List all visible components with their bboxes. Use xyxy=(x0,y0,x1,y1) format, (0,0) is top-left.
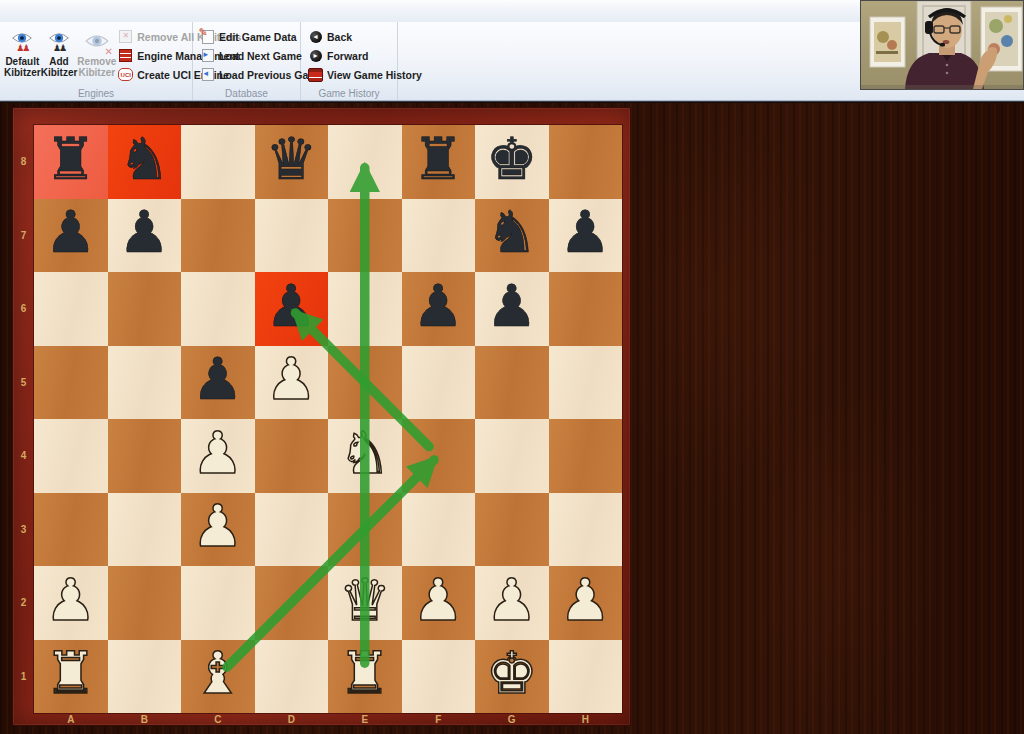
square-d5[interactable]: ♟ xyxy=(255,346,329,420)
square-d8[interactable]: ♛ xyxy=(255,125,329,199)
square-e3[interactable] xyxy=(328,493,402,567)
piece-white-rook[interactable]: ♜ xyxy=(45,644,97,702)
kibitzer-eye-add-icon: ♟♟ xyxy=(47,27,71,55)
rank-label-6: 6 xyxy=(13,272,34,346)
piece-black-pawn[interactable]: ♟ xyxy=(486,277,538,335)
square-e4[interactable]: ♞ xyxy=(328,419,402,493)
edit-pencil-icon: ✎ xyxy=(200,30,215,44)
piece-white-queen[interactable]: ♛ xyxy=(339,571,391,629)
square-a1[interactable]: ♜ xyxy=(34,640,108,714)
square-h2[interactable]: ♟ xyxy=(549,566,623,640)
engines-group-label: Engines xyxy=(0,88,192,99)
engine-icon xyxy=(118,49,133,63)
piece-black-knight[interactable]: ♞ xyxy=(118,130,170,188)
square-h1[interactable] xyxy=(549,640,623,714)
rank-labels: 87654321 xyxy=(13,125,34,713)
square-g3[interactable] xyxy=(475,493,549,567)
ribbon-bottom-edge xyxy=(0,100,1024,103)
piece-white-pawn[interactable]: ♟ xyxy=(45,571,97,629)
rank-label-2: 2 xyxy=(13,566,34,640)
ribbon-group-game-history: ◂ Back ▸ Forward View Game History Game … xyxy=(301,22,398,100)
wall-picture-left xyxy=(870,17,905,67)
piece-white-pawn[interactable]: ♟ xyxy=(559,571,611,629)
database-group-label: Database xyxy=(193,88,300,99)
square-b8[interactable]: ♞ xyxy=(108,125,182,199)
piece-white-rook[interactable]: ♜ xyxy=(339,644,391,702)
piece-white-pawn[interactable]: ♟ xyxy=(192,424,244,482)
square-c4[interactable]: ♟ xyxy=(181,419,255,493)
square-e8[interactable] xyxy=(328,125,402,199)
back-button[interactable]: ◂ Back xyxy=(308,29,422,44)
square-f8[interactable]: ♜ xyxy=(402,125,476,199)
square-e2[interactable]: ♛ xyxy=(328,566,402,640)
square-f5[interactable] xyxy=(402,346,476,420)
square-g1[interactable]: ♚ xyxy=(475,640,549,714)
piece-black-pawn[interactable]: ♟ xyxy=(192,350,244,408)
square-b6[interactable] xyxy=(108,272,182,346)
square-e7[interactable] xyxy=(328,199,402,273)
square-c1[interactable]: ♝ xyxy=(181,640,255,714)
piece-white-pawn[interactable]: ♟ xyxy=(265,350,317,408)
square-e1[interactable]: ♜ xyxy=(328,640,402,714)
remove-all-kibitzers-icon: ✕ xyxy=(118,30,133,44)
piece-black-pawn[interactable]: ♟ xyxy=(265,277,317,335)
piece-white-pawn[interactable]: ♟ xyxy=(192,497,244,555)
square-c7[interactable] xyxy=(181,199,255,273)
add-kibitzer-button[interactable]: ♟♟ Add Kibitzer xyxy=(41,24,78,86)
piece-black-pawn[interactable]: ♟ xyxy=(412,277,464,335)
square-g7[interactable]: ♞ xyxy=(475,199,549,273)
square-f1[interactable] xyxy=(402,640,476,714)
square-c8[interactable] xyxy=(181,125,255,199)
piece-black-pawn[interactable]: ♟ xyxy=(45,203,97,261)
square-d3[interactable] xyxy=(255,493,329,567)
file-label-c: C xyxy=(181,713,255,727)
ribbon-group-database: ✎ Edit Game Data ▸ Load Next Game ◂ Load… xyxy=(193,22,301,100)
piece-black-king[interactable]: ♚ xyxy=(486,130,538,188)
square-a7[interactable]: ♟ xyxy=(34,199,108,273)
square-d4[interactable] xyxy=(255,419,329,493)
square-h7[interactable]: ♟ xyxy=(549,199,623,273)
piece-white-knight[interactable]: ♞ xyxy=(339,424,391,482)
piece-black-rook[interactable]: ♜ xyxy=(45,130,97,188)
piece-white-king[interactable]: ♚ xyxy=(486,644,538,702)
file-label-a: A xyxy=(34,713,108,727)
square-c2[interactable] xyxy=(181,566,255,640)
file-labels: ABCDEFGH xyxy=(34,713,622,727)
square-h3[interactable] xyxy=(549,493,623,567)
square-b1[interactable] xyxy=(108,640,182,714)
square-g2[interactable]: ♟ xyxy=(475,566,549,640)
square-f4[interactable] xyxy=(402,419,476,493)
file-label-f: F xyxy=(402,713,476,727)
game-history-group-label: Game History xyxy=(301,88,397,99)
rank-label-5: 5 xyxy=(13,346,34,420)
rank-label-7: 7 xyxy=(13,199,34,273)
history-book-icon xyxy=(308,68,323,82)
square-f7[interactable] xyxy=(402,199,476,273)
file-label-b: B xyxy=(108,713,182,727)
file-label-h: H xyxy=(549,713,623,727)
square-e5[interactable] xyxy=(328,346,402,420)
square-g6[interactable]: ♟ xyxy=(475,272,549,346)
view-game-history-button[interactable]: View Game History xyxy=(308,67,422,82)
square-f6[interactable]: ♟ xyxy=(402,272,476,346)
square-g8[interactable]: ♚ xyxy=(475,125,549,199)
square-c6[interactable] xyxy=(181,272,255,346)
square-h5[interactable] xyxy=(549,346,623,420)
piece-white-bishop[interactable]: ♝ xyxy=(192,644,244,702)
webcam-overlay[interactable] xyxy=(860,0,1024,90)
uci-badge-icon: UCI xyxy=(118,68,133,82)
kibitzer-eye-icon: ♟♟ xyxy=(10,27,34,55)
ribbon-group-engines: ♟♟ Default Kibitzer ♟♟ Add Kibitzer ✕ Re… xyxy=(0,22,193,100)
square-b3[interactable] xyxy=(108,493,182,567)
piece-white-pawn[interactable]: ♟ xyxy=(412,571,464,629)
square-d2[interactable] xyxy=(255,566,329,640)
back-circle-icon: ◂ xyxy=(308,30,323,44)
piece-black-rook[interactable]: ♜ xyxy=(412,130,464,188)
rank-label-3: 3 xyxy=(13,493,34,567)
file-label-e: E xyxy=(328,713,402,727)
square-e6[interactable] xyxy=(328,272,402,346)
forward-circle-icon: ▸ xyxy=(308,49,323,63)
square-h8[interactable] xyxy=(549,125,623,199)
square-a2[interactable]: ♟ xyxy=(34,566,108,640)
square-b7[interactable]: ♟ xyxy=(108,199,182,273)
square-d7[interactable] xyxy=(255,199,329,273)
square-a8[interactable]: ♜ xyxy=(34,125,108,199)
square-g4[interactable] xyxy=(475,419,549,493)
rank-label-1: 1 xyxy=(13,640,34,714)
webcam-video xyxy=(861,1,1023,89)
square-g5[interactable] xyxy=(475,346,549,420)
forward-button[interactable]: ▸ Forward xyxy=(308,48,422,63)
square-d6[interactable]: ♟ xyxy=(255,272,329,346)
square-b5[interactable] xyxy=(108,346,182,420)
square-b2[interactable] xyxy=(108,566,182,640)
square-h4[interactable] xyxy=(549,419,623,493)
square-a6[interactable] xyxy=(34,272,108,346)
next-arrow-icon: ▸ xyxy=(200,49,215,63)
remove-kibitzer-button: ✕ Remove Kibitzer xyxy=(77,24,116,86)
piece-black-knight[interactable]: ♞ xyxy=(486,203,538,261)
square-c5[interactable]: ♟ xyxy=(181,346,255,420)
square-f2[interactable]: ♟ xyxy=(402,566,476,640)
square-h6[interactable] xyxy=(549,272,623,346)
rank-label-4: 4 xyxy=(13,419,34,493)
square-a3[interactable] xyxy=(34,493,108,567)
previous-arrow-icon: ◂ xyxy=(200,68,215,82)
file-label-d: D xyxy=(255,713,329,727)
board-squares: ♜♞♛♜♚♟♟♞♟♟♟♟♟♟♟♞♟♟♛♟♟♟♜♝♜♚ xyxy=(34,125,622,713)
square-a5[interactable] xyxy=(34,346,108,420)
square-c3[interactable]: ♟ xyxy=(181,493,255,567)
square-f3[interactable] xyxy=(402,493,476,567)
square-b4[interactable] xyxy=(108,419,182,493)
default-kibitzer-button[interactable]: ♟♟ Default Kibitzer xyxy=(4,24,41,86)
piece-black-queen[interactable]: ♛ xyxy=(265,130,317,188)
rank-label-8: 8 xyxy=(13,125,34,199)
square-a4[interactable] xyxy=(34,419,108,493)
piece-black-pawn[interactable]: ♟ xyxy=(559,203,611,261)
kibitzer-eye-remove-icon: ✕ xyxy=(84,27,110,55)
square-d1[interactable] xyxy=(255,640,329,714)
piece-black-pawn[interactable]: ♟ xyxy=(118,203,170,261)
file-label-g: G xyxy=(475,713,549,727)
piece-white-pawn[interactable]: ♟ xyxy=(486,571,538,629)
chess-board: 87654321 ♜♞♛♜♚♟♟♞♟♟♟♟♟♟♟♞♟♟♛♟♟♟♜♝♜♚ ABCD… xyxy=(12,107,631,726)
